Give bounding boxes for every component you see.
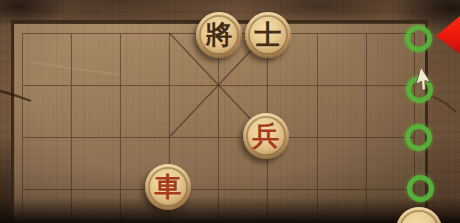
board-cell xyxy=(120,33,169,85)
board-cell xyxy=(22,33,71,85)
board-cell xyxy=(22,85,71,137)
piece-red-soldier[interactable]: 兵 xyxy=(243,113,289,159)
piece-cropped-piece[interactable] xyxy=(396,207,442,223)
board-cell xyxy=(120,85,169,137)
board-cell xyxy=(71,189,120,223)
move-hint-rank2[interactable] xyxy=(406,76,433,103)
board-cell xyxy=(22,189,71,223)
board-cell xyxy=(317,33,366,85)
xiangqi-game-screen: 將士兵車 xyxy=(0,0,460,223)
board-cell xyxy=(267,189,316,223)
piece-glyph: 士 xyxy=(245,11,291,57)
move-hint-rank1[interactable] xyxy=(405,25,432,52)
board-cell xyxy=(22,137,71,189)
move-hint-rank4[interactable] xyxy=(407,175,434,202)
board-cell xyxy=(71,33,120,85)
board-cell xyxy=(317,189,366,223)
board-grid xyxy=(22,33,415,223)
piece-glyph: 車 xyxy=(145,163,191,209)
piece-black-advisor[interactable]: 士 xyxy=(245,12,291,58)
board-cell xyxy=(317,85,366,137)
board-cell xyxy=(218,189,267,223)
piece-glyph: 將 xyxy=(196,11,242,57)
board-cell xyxy=(317,137,366,189)
piece-glyph: 兵 xyxy=(243,112,289,158)
board-cell xyxy=(71,137,120,189)
piece-glyph xyxy=(396,206,442,223)
board-cell xyxy=(71,85,120,137)
board-cell xyxy=(169,85,218,137)
move-hint-rank3[interactable] xyxy=(405,124,432,151)
piece-red-chariot[interactable]: 車 xyxy=(145,164,191,210)
piece-black-general[interactable]: 將 xyxy=(196,12,242,58)
